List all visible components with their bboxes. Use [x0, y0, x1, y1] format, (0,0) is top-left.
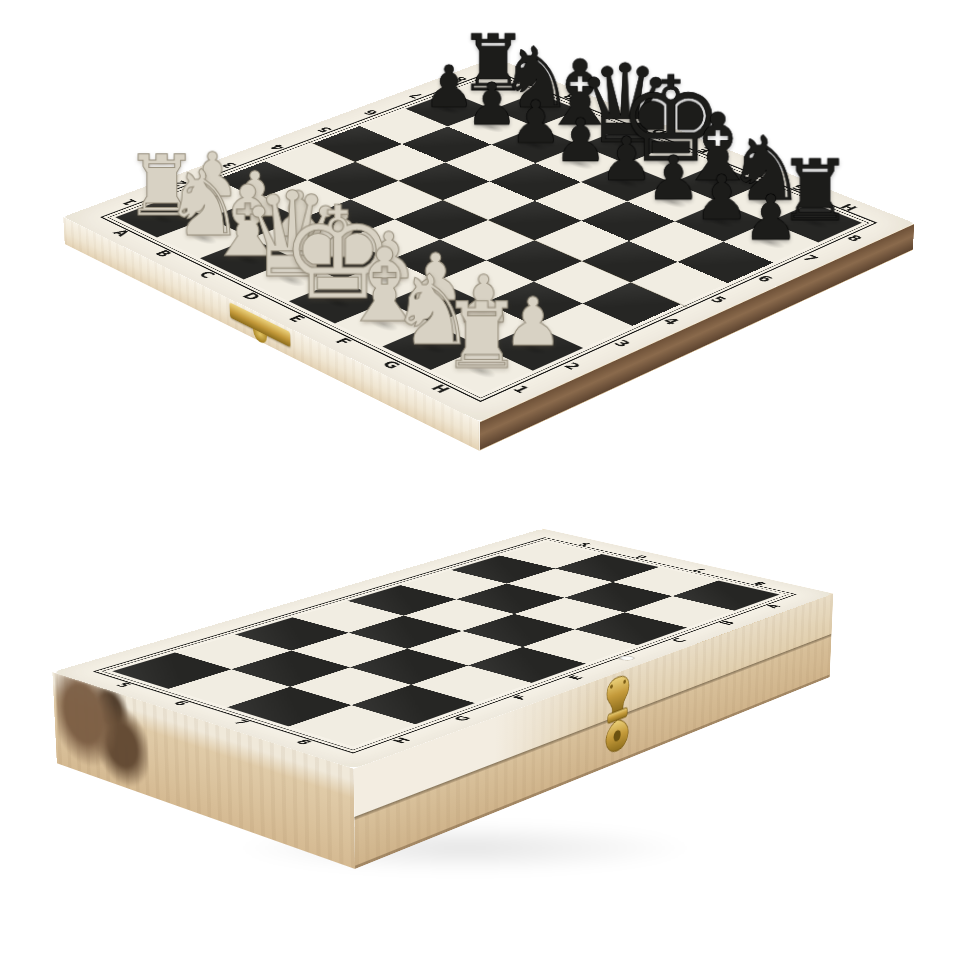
black-pawn-glyph: ♟: [694, 167, 750, 229]
box-square-r2c1: [290, 667, 411, 705]
open-chess-board: ♜♞♝♛♚♝♞♜♟♟♟♟♟♟♟♟♟♟♟♟♟♟♟♟♜♞♝♛♚♝♞♜ AABBCCD…: [63, 58, 914, 422]
box-square-r3c3: [468, 647, 586, 683]
open-board-top-face: ♜♞♝♛♚♝♞♜♟♟♟♟♟♟♟♟♟♟♟♟♟♟♟♟♜♞♝♛♚♝♞♜ AABBCCD…: [63, 58, 914, 422]
square-d5: [443, 181, 535, 220]
box-square-r2c3: [407, 631, 522, 665]
brass-clasp-hook: [253, 329, 267, 346]
white-rook-glyph: ♜: [441, 290, 523, 382]
closed-chess-box: HGFECBA56785678: [52, 529, 833, 769]
black-pawn-glyph: ♟: [646, 148, 701, 209]
black-pawn-glyph: ♟: [743, 187, 799, 250]
box-square-r2c2: [350, 649, 468, 685]
board-squares-grid: ♜♞♝♛♚♝♞♜♟♟♟♟♟♟♟♟♟♟♟♟♟♟♟♟♜♞♝♛♚♝♞♜: [115, 76, 862, 394]
product-photo: ♜♞♝♛♚♝♞♜♟♟♟♟♟♟♟♟♟♟♟♟♟♟♟♟♜♞♝♛♚♝♞♜ AABBCCD…: [0, 0, 960, 960]
